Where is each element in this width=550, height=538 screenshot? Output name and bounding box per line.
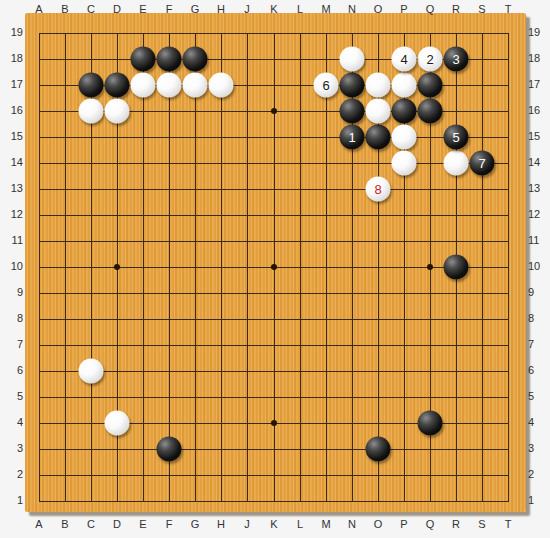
go-diagram-screen: 12345678 AABBCCDDEEFFGGHHJJKKLLMMNNOOPPQ… <box>0 0 550 538</box>
coordinate-label-bottom-O: O <box>368 518 388 530</box>
coordinate-label-right-2: 2 <box>528 468 550 480</box>
coordinate-label-bottom-D: D <box>107 518 127 530</box>
coordinate-label-top-J: J <box>237 3 257 15</box>
coordinate-label-left-5: 5 <box>1 390 23 402</box>
coordinate-label-bottom-L: L <box>290 518 310 530</box>
coordinate-label-left-18: 18 <box>1 52 23 64</box>
coordinate-label-top-N: N <box>342 3 362 15</box>
coordinate-label-right-4: 4 <box>528 416 550 428</box>
coordinate-label-top-Q: Q <box>420 3 440 15</box>
coordinate-label-bottom-A: A <box>29 518 49 530</box>
coordinate-label-top-M: M <box>316 3 336 15</box>
coordinate-label-right-13: 13 <box>528 182 550 194</box>
grid-hline <box>39 475 509 476</box>
stone-white-C6[interactable] <box>79 359 104 384</box>
coordinate-label-right-5: 5 <box>528 390 550 402</box>
coordinate-label-left-16: 16 <box>1 104 23 116</box>
go-board[interactable]: 12345678 <box>25 13 526 512</box>
coordinate-label-bottom-S: S <box>472 518 492 530</box>
coordinate-label-right-14: 14 <box>528 156 550 168</box>
coordinate-label-top-K: K <box>264 3 284 15</box>
stone-black-F3[interactable] <box>157 437 182 462</box>
stone-white-N18[interactable] <box>340 47 365 72</box>
grid-vline <box>326 33 327 502</box>
coordinate-label-left-12: 12 <box>1 208 23 220</box>
stone-black-R10[interactable] <box>444 255 469 280</box>
move-3-stone-black-R18[interactable]: 3 <box>444 47 469 72</box>
coordinate-label-top-T: T <box>498 3 518 15</box>
grid-vline <box>508 33 509 502</box>
move-6-stone-white-M17[interactable]: 6 <box>314 73 339 98</box>
coordinate-label-top-P: P <box>394 3 414 15</box>
coordinate-label-bottom-M: M <box>316 518 336 530</box>
coordinate-label-left-6: 6 <box>1 364 23 376</box>
coordinate-label-bottom-B: B <box>55 518 75 530</box>
coordinate-label-right-3: 3 <box>528 442 550 454</box>
move-5-stone-black-R15[interactable]: 5 <box>444 125 469 150</box>
coordinate-label-bottom-F: F <box>159 518 179 530</box>
stone-white-O17[interactable] <box>366 73 391 98</box>
coordinate-label-top-O: O <box>368 3 388 15</box>
star-point-K10 <box>271 264 277 270</box>
board-grid: 12345678 <box>39 33 508 501</box>
coordinate-label-bottom-J: J <box>237 518 257 530</box>
coordinate-label-bottom-H: H <box>211 518 231 530</box>
coordinate-label-left-15: 15 <box>1 130 23 142</box>
coordinate-label-top-C: C <box>81 3 101 15</box>
coordinate-label-top-E: E <box>133 3 153 15</box>
stone-white-P15[interactable] <box>392 125 417 150</box>
coordinate-label-top-F: F <box>159 3 179 15</box>
coordinate-label-bottom-K: K <box>264 518 284 530</box>
move-1-stone-black-N15[interactable]: 1 <box>340 125 365 150</box>
coordinate-label-left-2: 2 <box>1 468 23 480</box>
coordinate-label-left-3: 3 <box>1 442 23 454</box>
coordinate-label-right-16: 16 <box>528 104 550 116</box>
coordinate-label-top-L: L <box>290 3 310 15</box>
grid-vline <box>482 33 483 502</box>
coordinate-label-right-8: 8 <box>528 312 550 324</box>
move-4-stone-white-P18[interactable]: 4 <box>392 47 417 72</box>
coordinate-label-bottom-T: T <box>498 518 518 530</box>
stone-black-O15[interactable] <box>366 125 391 150</box>
grid-hline <box>39 345 509 346</box>
star-point-K16 <box>271 108 277 114</box>
grid-vline <box>300 33 301 502</box>
coordinate-label-bottom-C: C <box>81 518 101 530</box>
coordinate-label-right-18: 18 <box>528 52 550 64</box>
coordinate-label-bottom-Q: Q <box>420 518 440 530</box>
coordinate-label-right-19: 19 <box>528 26 550 38</box>
coordinate-label-right-17: 17 <box>528 78 550 90</box>
stone-white-O16[interactable] <box>366 99 391 124</box>
grid-hline <box>39 397 509 398</box>
coordinate-label-right-6: 6 <box>528 364 550 376</box>
coordinate-label-top-R: R <box>446 3 466 15</box>
coordinate-label-left-17: 17 <box>1 78 23 90</box>
stone-black-N16[interactable] <box>340 99 365 124</box>
move-8-stone-white-O13[interactable]: 8 <box>366 177 391 202</box>
coordinate-label-left-4: 4 <box>1 416 23 428</box>
stone-black-E18[interactable] <box>131 47 156 72</box>
stone-white-P17[interactable] <box>392 73 417 98</box>
coordinate-label-top-D: D <box>107 3 127 15</box>
star-point-K4 <box>271 420 277 426</box>
stone-white-P14[interactable] <box>392 151 417 176</box>
grid-hline <box>39 449 509 450</box>
coordinate-label-left-19: 19 <box>1 26 23 38</box>
coordinate-label-left-7: 7 <box>1 338 23 350</box>
stone-white-D16[interactable] <box>105 99 130 124</box>
coordinate-label-bottom-N: N <box>342 518 362 530</box>
coordinate-label-left-1: 1 <box>1 494 23 506</box>
stone-black-O3[interactable] <box>366 437 391 462</box>
grid-hline <box>39 319 509 320</box>
move-2-stone-white-Q18[interactable]: 2 <box>418 47 443 72</box>
grid-hline <box>39 371 509 372</box>
stone-black-C17[interactable] <box>79 73 104 98</box>
stone-white-D4[interactable] <box>105 411 130 436</box>
stone-white-F17[interactable] <box>157 73 182 98</box>
stone-white-C16[interactable] <box>79 99 104 124</box>
coordinate-label-right-11: 11 <box>528 234 550 246</box>
coordinate-label-left-8: 8 <box>1 312 23 324</box>
stone-black-Q16[interactable] <box>418 99 443 124</box>
stone-black-G18[interactable] <box>183 47 208 72</box>
coordinate-label-left-14: 14 <box>1 156 23 168</box>
coordinate-label-bottom-E: E <box>133 518 153 530</box>
stone-black-N17[interactable] <box>340 73 365 98</box>
stone-white-E17[interactable] <box>131 73 156 98</box>
coordinate-label-top-G: G <box>185 3 205 15</box>
star-point-Q10 <box>427 264 433 270</box>
coordinate-label-bottom-G: G <box>185 518 205 530</box>
coordinate-label-top-H: H <box>211 3 231 15</box>
stone-black-Q17[interactable] <box>418 73 443 98</box>
stone-white-H17[interactable] <box>209 73 234 98</box>
coordinate-label-left-13: 13 <box>1 182 23 194</box>
grid-hline <box>39 501 509 502</box>
coordinate-label-bottom-P: P <box>394 518 414 530</box>
coordinate-label-right-15: 15 <box>528 130 550 142</box>
coordinate-label-left-9: 9 <box>1 286 23 298</box>
coordinate-label-bottom-R: R <box>446 518 466 530</box>
stone-black-F18[interactable] <box>157 47 182 72</box>
star-point-D10 <box>114 264 120 270</box>
stone-white-R14[interactable] <box>444 151 469 176</box>
coordinate-label-right-1: 1 <box>528 494 550 506</box>
stone-black-P16[interactable] <box>392 99 417 124</box>
coordinate-label-right-10: 10 <box>528 260 550 272</box>
move-7-stone-black-S14[interactable]: 7 <box>470 151 495 176</box>
coordinate-label-right-7: 7 <box>528 338 550 350</box>
coordinate-label-right-12: 12 <box>528 208 550 220</box>
coordinate-label-top-A: A <box>29 3 49 15</box>
coordinate-label-top-B: B <box>55 3 75 15</box>
stone-white-G17[interactable] <box>183 73 208 98</box>
stone-black-Q4[interactable] <box>418 411 443 436</box>
coordinate-label-left-11: 11 <box>1 234 23 246</box>
grid-hline <box>39 293 509 294</box>
coordinate-label-left-10: 10 <box>1 260 23 272</box>
coordinate-label-right-9: 9 <box>528 286 550 298</box>
stone-black-D17[interactable] <box>105 73 130 98</box>
coordinate-label-top-S: S <box>472 3 492 15</box>
